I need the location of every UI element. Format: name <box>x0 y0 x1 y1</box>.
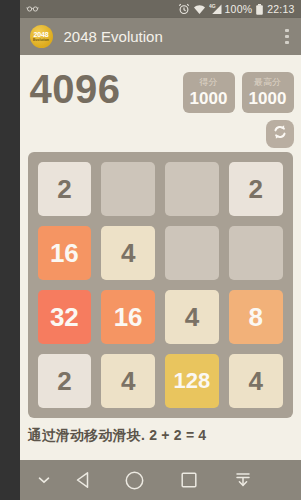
tile-16: 16 <box>101 290 155 344</box>
empty-cell <box>101 162 155 216</box>
navigation-bar <box>20 460 301 500</box>
hide-navbar-chevron-icon[interactable] <box>34 460 54 500</box>
app-title: 2048 Evolution <box>64 28 163 45</box>
tile-16: 16 <box>38 226 92 280</box>
collapse-notification-icon[interactable] <box>232 460 254 500</box>
clock-time: 22:13 <box>267 3 294 15</box>
empty-cell <box>229 226 283 280</box>
score-label: 得分 <box>200 78 218 87</box>
instruction-text: 通过滑动移动滑块. 2 + 2 = 4 <box>28 427 207 445</box>
alarm-icon <box>178 3 190 15</box>
tile-8: 8 <box>229 290 283 344</box>
tile-128: 128 <box>165 354 219 408</box>
eye-comfort-icon <box>26 2 39 16</box>
best-score-box: 最高分 1000 <box>242 72 294 113</box>
app-logo-icon: 2048 Evolution <box>30 25 53 48</box>
board-grid[interactable]: 22164321648241284 <box>28 152 293 418</box>
largest-tile-value: 4096 <box>30 67 121 112</box>
battery-percent: 100% <box>225 3 253 15</box>
status-bar: 4G 100% 22:13 <box>20 0 301 18</box>
tile-2: 2 <box>229 162 283 216</box>
back-button-icon[interactable] <box>72 460 94 500</box>
empty-cell <box>165 226 219 280</box>
tile-2: 2 <box>38 354 92 408</box>
score-box: 得分 1000 <box>183 72 235 113</box>
restart-button[interactable] <box>266 120 294 148</box>
app-bar: 2048 Evolution 2048 Evolution <box>20 18 301 55</box>
tile-32: 32 <box>38 290 92 344</box>
tile-4: 4 <box>101 354 155 408</box>
main-content: 4096 得分 1000 最高分 1000 221643216482412 <box>20 55 301 460</box>
empty-cell <box>165 162 219 216</box>
recents-button-icon[interactable] <box>178 460 200 500</box>
tile-4: 4 <box>229 354 283 408</box>
svg-text:4G: 4G <box>209 3 216 9</box>
phone-screen: 4G 100% 22:13 2048 Evolution 2048 Evolut… <box>20 0 301 500</box>
tile-2: 2 <box>38 162 92 216</box>
score-value: 1000 <box>190 90 228 107</box>
battery-icon <box>255 3 264 16</box>
wifi-icon <box>193 4 206 15</box>
best-score-value: 1000 <box>249 90 287 107</box>
best-score-label: 最高分 <box>254 78 281 87</box>
signal-4g-icon: 4G <box>209 3 222 15</box>
tile-4: 4 <box>101 226 155 280</box>
overflow-menu-icon[interactable] <box>283 25 291 49</box>
tile-4: 4 <box>165 290 219 344</box>
home-button-icon[interactable] <box>124 460 146 500</box>
refresh-icon <box>272 124 288 144</box>
score-boxes: 得分 1000 最高分 1000 <box>183 72 294 113</box>
